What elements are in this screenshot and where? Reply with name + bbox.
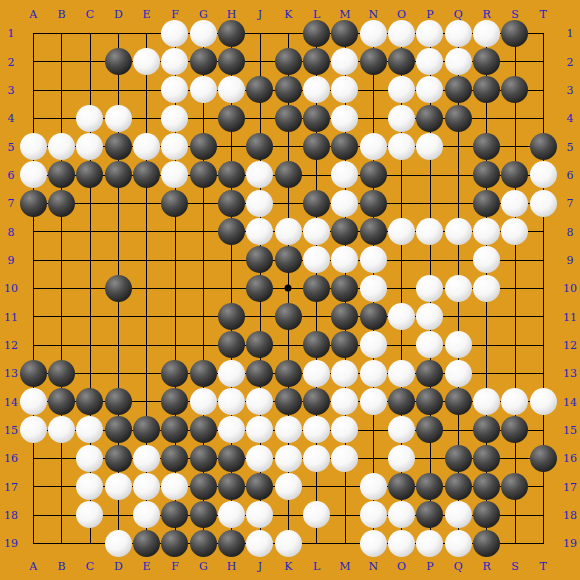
intersection-J11[interactable] [246, 302, 274, 330]
intersection-A16[interactable] [19, 444, 47, 472]
intersection-L10[interactable] [302, 274, 330, 302]
intersection-C11[interactable] [76, 302, 104, 330]
intersection-Q5[interactable] [444, 132, 472, 160]
intersection-N8[interactable] [359, 217, 387, 245]
intersection-G14[interactable] [189, 387, 217, 415]
intersection-B13[interactable] [47, 359, 75, 387]
intersection-B16[interactable] [47, 444, 75, 472]
intersection-O4[interactable] [387, 104, 415, 132]
intersection-G4[interactable] [189, 104, 217, 132]
intersection-T17[interactable] [529, 472, 557, 500]
intersection-E5[interactable] [132, 132, 160, 160]
intersection-P10[interactable] [416, 274, 444, 302]
intersection-E19[interactable] [132, 529, 160, 557]
intersection-E10[interactable] [132, 274, 160, 302]
intersection-M16[interactable] [331, 444, 359, 472]
intersection-N11[interactable] [359, 302, 387, 330]
intersection-T5[interactable] [529, 132, 557, 160]
intersection-P5[interactable] [416, 132, 444, 160]
intersection-A13[interactable] [19, 359, 47, 387]
intersection-C18[interactable] [76, 501, 104, 529]
intersection-P6[interactable] [416, 161, 444, 189]
intersection-L13[interactable] [302, 359, 330, 387]
intersection-Q11[interactable] [444, 302, 472, 330]
intersection-R12[interactable] [472, 331, 500, 359]
intersection-S6[interactable] [501, 161, 529, 189]
intersection-Q14[interactable] [444, 387, 472, 415]
intersection-R15[interactable] [472, 416, 500, 444]
intersection-S14[interactable] [501, 387, 529, 415]
intersection-K17[interactable] [274, 472, 302, 500]
intersection-F5[interactable] [161, 132, 189, 160]
intersection-N18[interactable] [359, 501, 387, 529]
intersection-M3[interactable] [331, 76, 359, 104]
intersection-O12[interactable] [387, 331, 415, 359]
intersection-J19[interactable] [246, 529, 274, 557]
intersection-A8[interactable] [19, 217, 47, 245]
intersection-O9[interactable] [387, 246, 415, 274]
intersection-M9[interactable] [331, 246, 359, 274]
intersection-B10[interactable] [47, 274, 75, 302]
intersection-T18[interactable] [529, 501, 557, 529]
intersection-S19[interactable] [501, 529, 529, 557]
intersection-F16[interactable] [161, 444, 189, 472]
intersection-J15[interactable] [246, 416, 274, 444]
intersection-D5[interactable] [104, 132, 132, 160]
intersection-F17[interactable] [161, 472, 189, 500]
intersection-A3[interactable] [19, 76, 47, 104]
intersection-R17[interactable] [472, 472, 500, 500]
intersection-N3[interactable] [359, 76, 387, 104]
intersection-O18[interactable] [387, 501, 415, 529]
intersection-R7[interactable] [472, 189, 500, 217]
intersection-K10[interactable] [274, 274, 302, 302]
intersection-C14[interactable] [76, 387, 104, 415]
intersection-T1[interactable] [529, 19, 557, 47]
intersection-S8[interactable] [501, 217, 529, 245]
intersection-J12[interactable] [246, 331, 274, 359]
intersection-A1[interactable] [19, 19, 47, 47]
intersection-N12[interactable] [359, 331, 387, 359]
intersection-H8[interactable] [217, 217, 245, 245]
intersection-A12[interactable] [19, 331, 47, 359]
intersection-S15[interactable] [501, 416, 529, 444]
intersection-C17[interactable] [76, 472, 104, 500]
intersection-F14[interactable] [161, 387, 189, 415]
intersection-S18[interactable] [501, 501, 529, 529]
intersection-N7[interactable] [359, 189, 387, 217]
intersection-P2[interactable] [416, 47, 444, 75]
intersection-F12[interactable] [161, 331, 189, 359]
intersection-O6[interactable] [387, 161, 415, 189]
intersection-E4[interactable] [132, 104, 160, 132]
intersection-G17[interactable] [189, 472, 217, 500]
intersection-J17[interactable] [246, 472, 274, 500]
intersection-G8[interactable] [189, 217, 217, 245]
intersection-L17[interactable] [302, 472, 330, 500]
intersection-S7[interactable] [501, 189, 529, 217]
intersection-P14[interactable] [416, 387, 444, 415]
intersection-G1[interactable] [189, 19, 217, 47]
intersection-E17[interactable] [132, 472, 160, 500]
intersection-S17[interactable] [501, 472, 529, 500]
intersection-T6[interactable] [529, 161, 557, 189]
intersection-Q16[interactable] [444, 444, 472, 472]
intersection-K14[interactable] [274, 387, 302, 415]
intersection-Q18[interactable] [444, 501, 472, 529]
intersection-T7[interactable] [529, 189, 557, 217]
intersection-A15[interactable] [19, 416, 47, 444]
intersection-B7[interactable] [47, 189, 75, 217]
intersection-M15[interactable] [331, 416, 359, 444]
intersection-D8[interactable] [104, 217, 132, 245]
intersection-S11[interactable] [501, 302, 529, 330]
intersection-A9[interactable] [19, 246, 47, 274]
intersection-B12[interactable] [47, 331, 75, 359]
intersection-S10[interactable] [501, 274, 529, 302]
intersection-C5[interactable] [76, 132, 104, 160]
intersection-C19[interactable] [76, 529, 104, 557]
intersection-E9[interactable] [132, 246, 160, 274]
intersection-D1[interactable] [104, 19, 132, 47]
intersection-C8[interactable] [76, 217, 104, 245]
intersection-B9[interactable] [47, 246, 75, 274]
intersection-H12[interactable] [217, 331, 245, 359]
intersection-F15[interactable] [161, 416, 189, 444]
intersection-C7[interactable] [76, 189, 104, 217]
intersection-C4[interactable] [76, 104, 104, 132]
intersection-H3[interactable] [217, 76, 245, 104]
intersection-H11[interactable] [217, 302, 245, 330]
intersection-S2[interactable] [501, 47, 529, 75]
intersection-L7[interactable] [302, 189, 330, 217]
intersection-C6[interactable] [76, 161, 104, 189]
intersection-L16[interactable] [302, 444, 330, 472]
intersection-H14[interactable] [217, 387, 245, 415]
intersection-K2[interactable] [274, 47, 302, 75]
intersection-K1[interactable] [274, 19, 302, 47]
intersection-Q9[interactable] [444, 246, 472, 274]
intersection-P18[interactable] [416, 501, 444, 529]
intersection-C13[interactable] [76, 359, 104, 387]
intersection-L6[interactable] [302, 161, 330, 189]
intersection-K15[interactable] [274, 416, 302, 444]
intersection-R6[interactable] [472, 161, 500, 189]
intersection-P17[interactable] [416, 472, 444, 500]
intersection-N19[interactable] [359, 529, 387, 557]
intersection-R4[interactable] [472, 104, 500, 132]
intersection-J8[interactable] [246, 217, 274, 245]
intersection-E14[interactable] [132, 387, 160, 415]
intersection-N2[interactable] [359, 47, 387, 75]
intersection-E11[interactable] [132, 302, 160, 330]
intersection-G18[interactable] [189, 501, 217, 529]
intersection-M5[interactable] [331, 132, 359, 160]
intersection-P12[interactable] [416, 331, 444, 359]
intersection-G10[interactable] [189, 274, 217, 302]
intersection-G16[interactable] [189, 444, 217, 472]
intersection-T16[interactable] [529, 444, 557, 472]
intersection-S5[interactable] [501, 132, 529, 160]
intersection-J6[interactable] [246, 161, 274, 189]
intersection-R18[interactable] [472, 501, 500, 529]
intersection-Q10[interactable] [444, 274, 472, 302]
intersection-N5[interactable] [359, 132, 387, 160]
intersection-Q12[interactable] [444, 331, 472, 359]
intersection-P11[interactable] [416, 302, 444, 330]
intersection-O19[interactable] [387, 529, 415, 557]
intersection-P8[interactable] [416, 217, 444, 245]
intersection-N6[interactable] [359, 161, 387, 189]
intersection-H7[interactable] [217, 189, 245, 217]
intersection-D18[interactable] [104, 501, 132, 529]
intersection-A19[interactable] [19, 529, 47, 557]
intersection-B8[interactable] [47, 217, 75, 245]
intersection-H9[interactable] [217, 246, 245, 274]
intersection-G2[interactable] [189, 47, 217, 75]
intersection-L12[interactable] [302, 331, 330, 359]
intersection-G13[interactable] [189, 359, 217, 387]
intersection-Q17[interactable] [444, 472, 472, 500]
intersection-Q4[interactable] [444, 104, 472, 132]
intersection-A5[interactable] [19, 132, 47, 160]
intersection-Q6[interactable] [444, 161, 472, 189]
intersection-C1[interactable] [76, 19, 104, 47]
intersection-R5[interactable] [472, 132, 500, 160]
intersection-F6[interactable] [161, 161, 189, 189]
intersection-B4[interactable] [47, 104, 75, 132]
intersection-M8[interactable] [331, 217, 359, 245]
intersection-G3[interactable] [189, 76, 217, 104]
intersection-Q1[interactable] [444, 19, 472, 47]
intersection-K7[interactable] [274, 189, 302, 217]
intersection-P15[interactable] [416, 416, 444, 444]
intersection-K6[interactable] [274, 161, 302, 189]
intersection-A11[interactable] [19, 302, 47, 330]
intersection-S4[interactable] [501, 104, 529, 132]
intersection-D9[interactable] [104, 246, 132, 274]
intersection-B15[interactable] [47, 416, 75, 444]
intersection-O7[interactable] [387, 189, 415, 217]
intersection-N10[interactable] [359, 274, 387, 302]
intersection-M11[interactable] [331, 302, 359, 330]
intersection-K11[interactable] [274, 302, 302, 330]
intersection-R8[interactable] [472, 217, 500, 245]
intersection-M18[interactable] [331, 501, 359, 529]
intersection-E6[interactable] [132, 161, 160, 189]
intersection-G12[interactable] [189, 331, 217, 359]
intersection-L1[interactable] [302, 19, 330, 47]
intersection-N16[interactable] [359, 444, 387, 472]
intersection-L15[interactable] [302, 416, 330, 444]
intersection-H19[interactable] [217, 529, 245, 557]
intersection-S12[interactable] [501, 331, 529, 359]
intersection-B14[interactable] [47, 387, 75, 415]
intersection-O15[interactable] [387, 416, 415, 444]
intersection-D13[interactable] [104, 359, 132, 387]
intersection-M7[interactable] [331, 189, 359, 217]
intersection-R11[interactable] [472, 302, 500, 330]
intersection-A4[interactable] [19, 104, 47, 132]
intersection-R14[interactable] [472, 387, 500, 415]
intersection-J1[interactable] [246, 19, 274, 47]
intersection-D15[interactable] [104, 416, 132, 444]
intersection-M6[interactable] [331, 161, 359, 189]
intersection-O10[interactable] [387, 274, 415, 302]
intersection-F8[interactable] [161, 217, 189, 245]
intersection-M10[interactable] [331, 274, 359, 302]
intersection-L11[interactable] [302, 302, 330, 330]
intersection-O2[interactable] [387, 47, 415, 75]
intersection-C3[interactable] [76, 76, 104, 104]
intersection-T19[interactable] [529, 529, 557, 557]
intersection-G19[interactable] [189, 529, 217, 557]
intersection-G5[interactable] [189, 132, 217, 160]
intersection-E18[interactable] [132, 501, 160, 529]
intersection-F13[interactable] [161, 359, 189, 387]
intersection-L2[interactable] [302, 47, 330, 75]
intersection-J4[interactable] [246, 104, 274, 132]
intersection-T14[interactable] [529, 387, 557, 415]
intersection-Q2[interactable] [444, 47, 472, 75]
intersection-F4[interactable] [161, 104, 189, 132]
intersection-J10[interactable] [246, 274, 274, 302]
intersection-T2[interactable] [529, 47, 557, 75]
intersection-M13[interactable] [331, 359, 359, 387]
intersection-T11[interactable] [529, 302, 557, 330]
intersection-N15[interactable] [359, 416, 387, 444]
intersection-F18[interactable] [161, 501, 189, 529]
intersection-P3[interactable] [416, 76, 444, 104]
intersection-S1[interactable] [501, 19, 529, 47]
intersection-M19[interactable] [331, 529, 359, 557]
intersection-P1[interactable] [416, 19, 444, 47]
intersection-R3[interactable] [472, 76, 500, 104]
intersection-S3[interactable] [501, 76, 529, 104]
intersection-D17[interactable] [104, 472, 132, 500]
intersection-L18[interactable] [302, 501, 330, 529]
intersection-D12[interactable] [104, 331, 132, 359]
intersection-T8[interactable] [529, 217, 557, 245]
intersection-M17[interactable] [331, 472, 359, 500]
intersection-B5[interactable] [47, 132, 75, 160]
intersection-H10[interactable] [217, 274, 245, 302]
intersection-K18[interactable] [274, 501, 302, 529]
intersection-G11[interactable] [189, 302, 217, 330]
intersection-T15[interactable] [529, 416, 557, 444]
intersection-Q8[interactable] [444, 217, 472, 245]
intersection-J9[interactable] [246, 246, 274, 274]
intersection-J18[interactable] [246, 501, 274, 529]
intersection-H5[interactable] [217, 132, 245, 160]
intersection-K13[interactable] [274, 359, 302, 387]
intersection-O8[interactable] [387, 217, 415, 245]
intersection-G15[interactable] [189, 416, 217, 444]
intersection-O13[interactable] [387, 359, 415, 387]
intersection-H18[interactable] [217, 501, 245, 529]
intersection-E3[interactable] [132, 76, 160, 104]
intersection-H4[interactable] [217, 104, 245, 132]
intersection-D3[interactable] [104, 76, 132, 104]
intersection-J13[interactable] [246, 359, 274, 387]
intersection-D7[interactable] [104, 189, 132, 217]
intersection-H13[interactable] [217, 359, 245, 387]
intersection-J3[interactable] [246, 76, 274, 104]
intersection-L19[interactable] [302, 529, 330, 557]
intersection-T13[interactable] [529, 359, 557, 387]
intersection-C2[interactable] [76, 47, 104, 75]
intersection-E16[interactable] [132, 444, 160, 472]
intersection-A17[interactable] [19, 472, 47, 500]
intersection-R16[interactable] [472, 444, 500, 472]
intersection-Q3[interactable] [444, 76, 472, 104]
intersection-F1[interactable] [161, 19, 189, 47]
intersection-A10[interactable] [19, 274, 47, 302]
intersection-R1[interactable] [472, 19, 500, 47]
intersection-O3[interactable] [387, 76, 415, 104]
intersection-O16[interactable] [387, 444, 415, 472]
intersection-B6[interactable] [47, 161, 75, 189]
intersection-H17[interactable] [217, 472, 245, 500]
intersection-C15[interactable] [76, 416, 104, 444]
intersection-K19[interactable] [274, 529, 302, 557]
intersection-M12[interactable] [331, 331, 359, 359]
intersection-J14[interactable] [246, 387, 274, 415]
intersection-A14[interactable] [19, 387, 47, 415]
intersection-O17[interactable] [387, 472, 415, 500]
intersection-L9[interactable] [302, 246, 330, 274]
intersection-K8[interactable] [274, 217, 302, 245]
intersection-T10[interactable] [529, 274, 557, 302]
intersection-A18[interactable] [19, 501, 47, 529]
intersection-G7[interactable] [189, 189, 217, 217]
intersection-F3[interactable] [161, 76, 189, 104]
intersection-M4[interactable] [331, 104, 359, 132]
intersection-Q19[interactable] [444, 529, 472, 557]
intersection-B18[interactable] [47, 501, 75, 529]
intersection-N4[interactable] [359, 104, 387, 132]
intersection-E7[interactable] [132, 189, 160, 217]
intersection-Q7[interactable] [444, 189, 472, 217]
intersection-S13[interactable] [501, 359, 529, 387]
intersection-T4[interactable] [529, 104, 557, 132]
intersection-G6[interactable] [189, 161, 217, 189]
intersection-H2[interactable] [217, 47, 245, 75]
intersection-P19[interactable] [416, 529, 444, 557]
intersection-R10[interactable] [472, 274, 500, 302]
intersection-D14[interactable] [104, 387, 132, 415]
intersection-L5[interactable] [302, 132, 330, 160]
intersection-K12[interactable] [274, 331, 302, 359]
intersection-H15[interactable] [217, 416, 245, 444]
intersection-A7[interactable] [19, 189, 47, 217]
intersection-D16[interactable] [104, 444, 132, 472]
intersection-N13[interactable] [359, 359, 387, 387]
intersection-J2[interactable] [246, 47, 274, 75]
intersection-P4[interactable] [416, 104, 444, 132]
intersection-T3[interactable] [529, 76, 557, 104]
intersection-R13[interactable] [472, 359, 500, 387]
intersection-K16[interactable] [274, 444, 302, 472]
intersection-E8[interactable] [132, 217, 160, 245]
intersection-B11[interactable] [47, 302, 75, 330]
intersection-L4[interactable] [302, 104, 330, 132]
intersection-H6[interactable] [217, 161, 245, 189]
intersection-M1[interactable] [331, 19, 359, 47]
intersection-E15[interactable] [132, 416, 160, 444]
intersection-E13[interactable] [132, 359, 160, 387]
intersection-C10[interactable] [76, 274, 104, 302]
